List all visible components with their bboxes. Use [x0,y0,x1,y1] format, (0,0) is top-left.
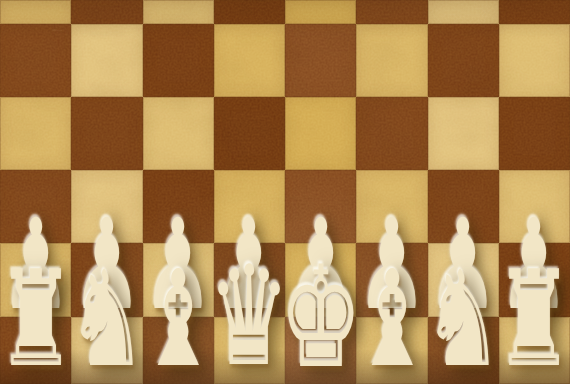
piece-white-king-e1[interactable]: ♚ [279,248,362,384]
piece-white-rook-h1[interactable]: ♜ [495,254,570,384]
chess-board: ♟♟♟♟♟♟♟♟♜♞♝♛♚♝♞♜ [0,0,570,384]
piece-white-queen-d1[interactable]: ♛ [209,248,291,384]
piece-white-rook-a1[interactable]: ♜ [0,254,75,384]
piece-white-knight-b1[interactable]: ♞ [67,253,147,384]
piece-white-bishop-f1[interactable]: ♝ [353,253,432,384]
pieces-layer: ♟♟♟♟♟♟♟♟♜♞♝♛♚♝♞♜ [0,0,570,384]
piece-white-bishop-c1[interactable]: ♝ [139,253,218,384]
piece-white-knight-g1[interactable]: ♞ [423,253,503,384]
